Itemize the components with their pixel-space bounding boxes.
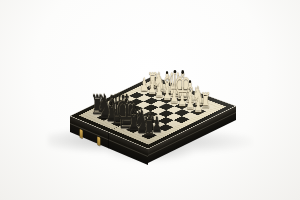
brass-hinge xyxy=(80,129,83,138)
piece-white-p-h2[interactable]: ♟ xyxy=(193,97,203,115)
brass-hinge xyxy=(97,137,100,146)
piece-black-r-h8[interactable]: ♜ xyxy=(142,114,157,141)
fold-seam-edge xyxy=(109,132,110,148)
chess-set-product-photo: ♜♞♝♛♚♝♞♜♟♟♟♟♟♟♟♟♟♟♟♟♟♟♟♟♜♞♝♛♚♝♞♜ xyxy=(0,0,300,200)
